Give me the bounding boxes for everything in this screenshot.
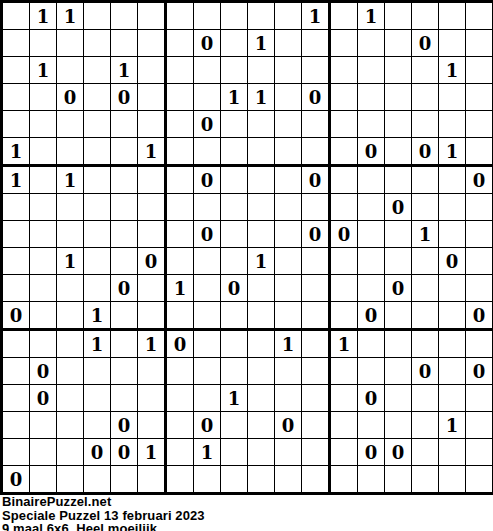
binairo-board: 1111010111001100110011100000001101001000… [0,0,493,495]
cell-r12c16[interactable] [439,331,466,358]
cell-r7c4[interactable] [111,194,138,221]
cell-r12c8[interactable] [221,331,248,358]
cell-r15c15[interactable] [412,412,439,439]
cell-r6c10[interactable] [275,167,302,194]
cell-r10c3[interactable] [84,275,111,302]
cell-r6c8[interactable] [221,167,248,194]
cell-r12c17[interactable] [466,331,492,358]
cell-r11c4[interactable] [111,302,138,331]
cell-r5c6[interactable] [167,138,194,167]
cell-r5c3[interactable] [84,138,111,167]
cell-r2c16: 1 [439,57,466,84]
cell-r10c11[interactable] [302,275,331,302]
cell-r7c10[interactable] [275,194,302,221]
cell-r6c2: 1 [57,167,84,194]
cell-r11c5[interactable] [138,302,167,331]
cell-r12c14[interactable] [385,331,412,358]
cell-r2c9[interactable] [248,57,275,84]
cell-r7c9[interactable] [248,194,275,221]
cell-r13c3[interactable] [84,358,111,385]
cell-r12c1[interactable] [30,331,57,358]
cell-r10c10[interactable] [275,275,302,302]
cell-r13c14[interactable] [385,358,412,385]
cell-r1c11[interactable] [302,30,331,57]
cell-r13c7[interactable] [194,358,221,385]
cell-r2c15[interactable] [412,57,439,84]
cell-r2c17[interactable] [466,57,492,84]
cell-r5c15: 0 [412,138,439,167]
cell-r17c11[interactable] [302,466,331,492]
cell-r11c12[interactable] [331,302,358,331]
cell-r8c7: 0 [194,221,221,248]
cell-r17c12[interactable] [331,466,358,492]
cell-r5c8[interactable] [221,138,248,167]
cell-r16c3: 0 [84,439,111,466]
cell-r7c6[interactable] [167,194,194,221]
cell-r2c6[interactable] [167,57,194,84]
cell-r6c13[interactable] [358,167,385,194]
cell-r16c0[interactable] [3,439,30,466]
cell-r5c14[interactable] [385,138,412,167]
cell-r8c1[interactable] [30,221,57,248]
cell-r5c0: 1 [3,138,30,167]
cell-r4c12[interactable] [331,111,358,138]
cell-r0c4[interactable] [111,3,138,30]
cell-r9c16: 0 [439,248,466,275]
cell-r4c6[interactable] [167,111,194,138]
cell-r13c10[interactable] [275,358,302,385]
cell-r0c8[interactable] [221,3,248,30]
cell-r10c6: 1 [167,275,194,302]
cell-r5c7[interactable] [194,138,221,167]
cell-r16c6[interactable] [167,439,194,466]
cell-r7c0[interactable] [3,194,30,221]
cell-r0c5[interactable] [138,3,167,30]
cell-r3c15[interactable] [412,84,439,111]
cell-r6c6[interactable] [167,167,194,194]
cell-r9c8[interactable] [221,248,248,275]
cell-r5c16: 1 [439,138,466,167]
cell-r16c1[interactable] [30,439,57,466]
cell-r7c1[interactable] [30,194,57,221]
cell-r3c9: 1 [248,84,275,111]
cell-r6c5[interactable] [138,167,167,194]
cell-r0c17[interactable] [466,3,492,30]
cell-r9c10[interactable] [275,248,302,275]
cell-r6c14[interactable] [385,167,412,194]
cell-r0c15[interactable] [412,3,439,30]
cell-r2c8[interactable] [221,57,248,84]
cell-r3c13[interactable] [358,84,385,111]
cell-r8c11: 0 [302,221,331,248]
cell-r0c14[interactable] [385,3,412,30]
cell-r1c3[interactable] [84,30,111,57]
cell-r4c14[interactable] [385,111,412,138]
cell-r3c4: 0 [111,84,138,111]
cell-r12c0[interactable] [3,331,30,358]
cell-r17c6[interactable] [167,466,194,492]
cell-r8c12: 0 [331,221,358,248]
cell-r11c16[interactable] [439,302,466,331]
cell-r16c15[interactable] [412,439,439,466]
cell-r16c8[interactable] [221,439,248,466]
cell-r7c15[interactable] [412,194,439,221]
cell-r17c0: 0 [3,466,30,492]
cell-r14c11[interactable] [302,385,331,412]
cell-r0c3[interactable] [84,3,111,30]
cell-r13c5[interactable] [138,358,167,385]
cell-r13c11[interactable] [302,358,331,385]
cell-r16c16[interactable] [439,439,466,466]
cell-r17c10[interactable] [275,466,302,492]
cell-r10c0[interactable] [3,275,30,302]
cell-r0c6[interactable] [167,3,194,30]
cell-r17c14[interactable] [385,466,412,492]
cell-r10c8: 0 [221,275,248,302]
cell-r8c4[interactable] [111,221,138,248]
cell-r4c15[interactable] [412,111,439,138]
cell-r5c4[interactable] [111,138,138,167]
cell-r13c2[interactable] [57,358,84,385]
cell-r12c7[interactable] [194,331,221,358]
cell-r6c3[interactable] [84,167,111,194]
cell-r16c2[interactable] [57,439,84,466]
cell-r16c12[interactable] [331,439,358,466]
cell-r17c3[interactable] [84,466,111,492]
cell-r15c9[interactable] [248,412,275,439]
cell-r17c4[interactable] [111,466,138,492]
cell-r16c9[interactable] [248,439,275,466]
cell-r3c5[interactable] [138,84,167,111]
cell-r13c6[interactable] [167,358,194,385]
cell-r7c11[interactable] [302,194,331,221]
cell-r16c11[interactable] [302,439,331,466]
cell-r12c11[interactable] [302,331,331,358]
cell-r14c15[interactable] [412,385,439,412]
cell-r0c11: 1 [302,3,331,30]
cell-r2c3[interactable] [84,57,111,84]
cell-r4c13[interactable] [358,111,385,138]
cell-r11c10[interactable] [275,302,302,331]
cell-r7c17[interactable] [466,194,492,221]
cell-r3c16[interactable] [439,84,466,111]
cell-r2c10[interactable] [275,57,302,84]
cell-r7c8[interactable] [221,194,248,221]
cell-r14c16[interactable] [439,385,466,412]
cell-r3c7[interactable] [194,84,221,111]
cell-r3c3[interactable] [84,84,111,111]
cell-r6c12[interactable] [331,167,358,194]
cell-r4c8[interactable] [221,111,248,138]
cell-r5c10[interactable] [275,138,302,167]
cell-r2c7[interactable] [194,57,221,84]
cell-r12c2[interactable] [57,331,84,358]
cell-r15c0[interactable] [3,412,30,439]
cell-r1c17[interactable] [466,30,492,57]
cell-r1c12[interactable] [331,30,358,57]
cell-r0c7[interactable] [194,3,221,30]
cell-r9c3[interactable] [84,248,111,275]
cell-r2c11[interactable] [302,57,331,84]
cell-r8c3[interactable] [84,221,111,248]
cell-r2c0[interactable] [3,57,30,84]
cell-r4c9[interactable] [248,111,275,138]
cell-r15c16: 1 [439,412,466,439]
cell-r11c9[interactable] [248,302,275,331]
cell-r17c5[interactable] [138,466,167,492]
cell-r11c11[interactable] [302,302,331,331]
cell-r14c7[interactable] [194,385,221,412]
cell-r8c2[interactable] [57,221,84,248]
cell-r1c1[interactable] [30,30,57,57]
cell-r15c1[interactable] [30,412,57,439]
cell-r10c14: 0 [385,275,412,302]
cell-r4c0[interactable] [3,111,30,138]
cell-r5c17[interactable] [466,138,492,167]
cell-r3c1[interactable] [30,84,57,111]
cell-r0c10[interactable] [275,3,302,30]
cell-r9c0[interactable] [3,248,30,275]
cell-r2c14[interactable] [385,57,412,84]
cell-r6c9[interactable] [248,167,275,194]
cell-r15c13[interactable] [358,412,385,439]
cell-r9c15[interactable] [412,248,439,275]
cell-r5c1[interactable] [30,138,57,167]
cell-r9c14[interactable] [385,248,412,275]
cell-r12c3: 1 [84,331,111,358]
cell-r15c3[interactable] [84,412,111,439]
cell-r5c9[interactable] [248,138,275,167]
cell-r11c14[interactable] [385,302,412,331]
cell-r8c14[interactable] [385,221,412,248]
cell-r15c5[interactable] [138,412,167,439]
cell-r13c1: 0 [30,358,57,385]
cell-r14c4[interactable] [111,385,138,412]
cell-r11c8[interactable] [221,302,248,331]
cell-r12c15[interactable] [412,331,439,358]
cell-r8c5[interactable] [138,221,167,248]
cell-r7c2[interactable] [57,194,84,221]
cell-r0c9[interactable] [248,3,275,30]
cell-r3c0[interactable] [3,84,30,111]
cell-r17c7[interactable] [194,466,221,492]
cell-r17c17[interactable] [466,466,492,492]
cell-r11c1[interactable] [30,302,57,331]
cell-r14c9[interactable] [248,385,275,412]
cell-r16c10[interactable] [275,439,302,466]
cell-r13c12[interactable] [331,358,358,385]
cell-r15c7: 0 [194,412,221,439]
cell-r16c5: 1 [138,439,167,466]
cell-r9c6[interactable] [167,248,194,275]
cell-r4c3[interactable] [84,111,111,138]
cell-r1c9: 1 [248,30,275,57]
cell-r9c4[interactable] [111,248,138,275]
cell-r13c0[interactable] [3,358,30,385]
cell-r16c17[interactable] [466,439,492,466]
cell-r0c13: 1 [358,3,385,30]
cell-r7c3[interactable] [84,194,111,221]
cell-r1c15: 0 [412,30,439,57]
cell-r0c16[interactable] [439,3,466,30]
cell-r1c4[interactable] [111,30,138,57]
cell-r14c2[interactable] [57,385,84,412]
cell-r14c12[interactable] [331,385,358,412]
cell-r14c3[interactable] [84,385,111,412]
cell-r13c4[interactable] [111,358,138,385]
cell-r13c9[interactable] [248,358,275,385]
cell-r3c6[interactable] [167,84,194,111]
cell-r13c8[interactable] [221,358,248,385]
cell-r14c0[interactable] [3,385,30,412]
cell-r7c5[interactable] [138,194,167,221]
cell-r11c0: 0 [3,302,30,331]
cell-r8c17[interactable] [466,221,492,248]
cell-r11c7[interactable] [194,302,221,331]
cell-r15c12[interactable] [331,412,358,439]
cell-r11c2[interactable] [57,302,84,331]
cell-r10c13[interactable] [358,275,385,302]
cell-r10c12[interactable] [331,275,358,302]
cell-r2c13[interactable] [358,57,385,84]
cell-r0c1: 1 [30,3,57,30]
cell-r10c9[interactable] [248,275,275,302]
cell-r4c16[interactable] [439,111,466,138]
cell-r4c5[interactable] [138,111,167,138]
cell-r13c13[interactable] [358,358,385,385]
cell-r14c1: 0 [30,385,57,412]
cell-r9c1[interactable] [30,248,57,275]
cell-r10c1[interactable] [30,275,57,302]
cell-r3c14[interactable] [385,84,412,111]
cell-r2c2[interactable] [57,57,84,84]
cell-r12c9[interactable] [248,331,275,358]
cell-r4c10[interactable] [275,111,302,138]
cell-r11c13: 0 [358,302,385,331]
cell-r0c2: 1 [57,3,84,30]
cell-r8c9[interactable] [248,221,275,248]
cell-r8c8[interactable] [221,221,248,248]
cell-r10c2[interactable] [57,275,84,302]
cell-r15c8[interactable] [221,412,248,439]
cell-r3c8: 1 [221,84,248,111]
cell-r10c7[interactable] [194,275,221,302]
cell-r8c10[interactable] [275,221,302,248]
cell-r4c11[interactable] [302,111,331,138]
cell-r9c13[interactable] [358,248,385,275]
cell-r0c12[interactable] [331,3,358,30]
cell-r14c14[interactable] [385,385,412,412]
cell-r8c16[interactable] [439,221,466,248]
cell-r17c15[interactable] [412,466,439,492]
cell-r9c17[interactable] [466,248,492,275]
cell-r1c10[interactable] [275,30,302,57]
cell-r15c17[interactable] [466,412,492,439]
cell-r8c0[interactable] [3,221,30,248]
cell-r17c1[interactable] [30,466,57,492]
cell-r1c13[interactable] [358,30,385,57]
cell-r2c5[interactable] [138,57,167,84]
cell-r7c7[interactable] [194,194,221,221]
cell-r6c15[interactable] [412,167,439,194]
cell-r7c13[interactable] [358,194,385,221]
cell-r7c16[interactable] [439,194,466,221]
cell-r16c4: 0 [111,439,138,466]
cell-r15c6[interactable] [167,412,194,439]
cell-r0c0[interactable] [3,3,30,30]
cell-r1c5[interactable] [138,30,167,57]
cell-r4c1[interactable] [30,111,57,138]
cell-r4c2[interactable] [57,111,84,138]
cell-r15c14[interactable] [385,412,412,439]
cell-r1c14[interactable] [385,30,412,57]
cell-r1c6[interactable] [167,30,194,57]
cell-r7c12[interactable] [331,194,358,221]
cell-r2c1: 1 [30,57,57,84]
cell-r17c16[interactable] [439,466,466,492]
cell-r17c2[interactable] [57,466,84,492]
cell-r1c0[interactable] [3,30,30,57]
cell-r2c12[interactable] [331,57,358,84]
cell-r1c8[interactable] [221,30,248,57]
cell-r10c16[interactable] [439,275,466,302]
cell-r8c13[interactable] [358,221,385,248]
cell-r3c17[interactable] [466,84,492,111]
cell-r12c10: 1 [275,331,302,358]
cell-r15c11[interactable] [302,412,331,439]
cell-r8c6[interactable] [167,221,194,248]
cell-r9c11[interactable] [302,248,331,275]
cell-r12c13[interactable] [358,331,385,358]
cell-r6c4[interactable] [111,167,138,194]
cell-r10c5[interactable] [138,275,167,302]
cell-r9c12[interactable] [331,248,358,275]
cell-r1c16[interactable] [439,30,466,57]
cell-r5c5: 1 [138,138,167,167]
cell-r5c11[interactable] [302,138,331,167]
cell-r14c17[interactable] [466,385,492,412]
cell-r10c15[interactable] [412,275,439,302]
cell-r17c13[interactable] [358,466,385,492]
cell-r4c4[interactable] [111,111,138,138]
cell-r14c5[interactable] [138,385,167,412]
cell-r14c8: 1 [221,385,248,412]
cell-r5c12[interactable] [331,138,358,167]
cell-r3c12[interactable] [331,84,358,111]
cell-r15c2[interactable] [57,412,84,439]
cell-r14c10[interactable] [275,385,302,412]
cell-r17c8[interactable] [221,466,248,492]
cell-r13c15: 0 [412,358,439,385]
cell-r7c14: 0 [385,194,412,221]
cell-r10c17[interactable] [466,275,492,302]
cell-r11c6[interactable] [167,302,194,331]
cell-r4c17[interactable] [466,111,492,138]
cell-r9c9: 1 [248,248,275,275]
cell-r13c16[interactable] [439,358,466,385]
cell-r17c9[interactable] [248,466,275,492]
cell-r5c13: 0 [358,138,385,167]
cell-r9c7[interactable] [194,248,221,275]
cell-r6c1[interactable] [30,167,57,194]
cell-r1c2[interactable] [57,30,84,57]
cell-r5c2[interactable] [57,138,84,167]
cell-r12c4[interactable] [111,331,138,358]
cell-r14c6[interactable] [167,385,194,412]
cell-r3c10[interactable] [275,84,302,111]
cell-r11c15[interactable] [412,302,439,331]
cell-r6c16[interactable] [439,167,466,194]
